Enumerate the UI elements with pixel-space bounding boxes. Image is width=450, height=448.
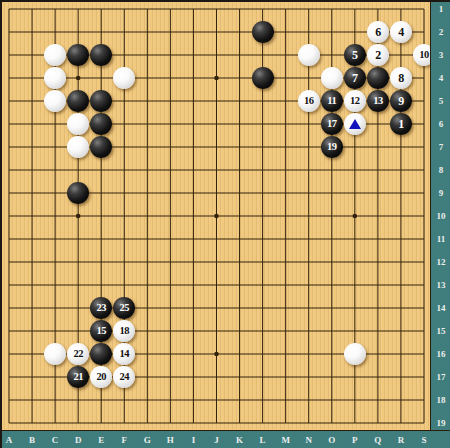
white-stone-P16[interactable] <box>344 343 366 365</box>
column-label-O: O <box>328 435 335 445</box>
white-stone-D6[interactable] <box>67 113 89 135</box>
row-coordinates-strip: 12345678910111213141516171819 <box>430 0 450 448</box>
column-label-D: D <box>75 435 82 445</box>
row-label-2: 2 <box>439 27 444 37</box>
white-stone-N3[interactable] <box>298 44 320 66</box>
black-stone-O7[interactable]: 19 <box>321 136 343 158</box>
hoshi-point-J16 <box>214 352 219 357</box>
black-stone-P4[interactable]: 7 <box>344 67 366 89</box>
move-number: 5 <box>352 49 358 61</box>
black-stone-R6[interactable]: 1 <box>390 113 412 135</box>
white-stone-C4[interactable] <box>44 67 66 89</box>
black-stone-O6[interactable]: 17 <box>321 113 343 135</box>
black-stone-Q5[interactable]: 13 <box>367 90 389 112</box>
row-label-18: 18 <box>437 395 446 405</box>
move-number: 13 <box>373 96 383 107</box>
white-stone-Q3[interactable]: 2 <box>367 44 389 66</box>
row-label-8: 8 <box>439 165 444 175</box>
move-number: 9 <box>398 95 404 107</box>
column-label-F: F <box>122 435 128 445</box>
column-label-L: L <box>260 435 266 445</box>
move-number: 11 <box>327 96 336 107</box>
move-number: 18 <box>120 326 130 337</box>
white-stone-P6[interactable] <box>344 113 366 135</box>
go-board[interactable]: 6452107816111213917119232515182214212024 <box>0 0 430 430</box>
column-label-G: G <box>144 435 151 445</box>
row-label-11: 11 <box>437 234 446 244</box>
move-number: 19 <box>327 142 337 153</box>
move-number: 15 <box>96 326 106 337</box>
move-number: 20 <box>96 372 106 383</box>
row-label-5: 5 <box>439 96 444 106</box>
column-label-S: S <box>421 435 426 445</box>
move-number: 14 <box>120 349 130 360</box>
row-label-14: 14 <box>437 303 446 313</box>
move-number: 25 <box>120 303 130 314</box>
column-label-B: B <box>29 435 35 445</box>
black-stone-Q4[interactable] <box>367 67 389 89</box>
move-number: 8 <box>398 72 404 84</box>
row-label-13: 13 <box>437 280 446 290</box>
go-app-window: 6452107816111213917119232515182214212024… <box>0 0 450 448</box>
hoshi-point-D10 <box>76 214 81 219</box>
white-stone-N5[interactable]: 16 <box>298 90 320 112</box>
white-stone-D16[interactable]: 22 <box>67 343 89 365</box>
move-number: 17 <box>327 119 337 130</box>
row-label-16: 16 <box>437 349 446 359</box>
black-stone-L2[interactable] <box>252 21 274 43</box>
column-label-E: E <box>98 435 104 445</box>
white-stone-C5[interactable] <box>44 90 66 112</box>
row-label-19: 19 <box>437 418 446 428</box>
column-label-Q: Q <box>374 435 381 445</box>
black-stone-D5[interactable] <box>67 90 89 112</box>
column-label-P: P <box>352 435 358 445</box>
row-label-7: 7 <box>439 142 444 152</box>
move-number: 23 <box>96 303 106 314</box>
black-stone-D17[interactable]: 21 <box>67 366 89 388</box>
column-label-H: H <box>167 435 174 445</box>
black-stone-O5[interactable]: 11 <box>321 90 343 112</box>
row-label-17: 17 <box>437 372 446 382</box>
column-label-I: I <box>192 435 196 445</box>
column-label-J: J <box>214 435 219 445</box>
row-label-15: 15 <box>437 326 446 336</box>
move-number: 1 <box>398 118 404 130</box>
move-number: 12 <box>350 96 360 107</box>
row-label-12: 12 <box>437 257 446 267</box>
black-stone-R5[interactable]: 9 <box>390 90 412 112</box>
row-label-10: 10 <box>437 211 446 221</box>
black-stone-L4[interactable] <box>252 67 274 89</box>
white-stone-P5[interactable]: 12 <box>344 90 366 112</box>
move-number: 4 <box>398 26 404 38</box>
hoshi-point-J10 <box>214 214 219 219</box>
column-coordinates-strip: ABCDEFGHIJKLMNOPQRS <box>0 430 450 448</box>
white-stone-R2[interactable]: 4 <box>390 21 412 43</box>
row-label-9: 9 <box>439 188 444 198</box>
white-stone-S3[interactable]: 10 <box>413 44 430 66</box>
column-label-M: M <box>281 435 290 445</box>
white-stone-O4[interactable] <box>321 67 343 89</box>
move-number: 2 <box>375 49 381 61</box>
black-stone-P3[interactable]: 5 <box>344 44 366 66</box>
row-label-6: 6 <box>439 119 444 129</box>
column-label-N: N <box>305 435 312 445</box>
white-stone-C3[interactable] <box>44 44 66 66</box>
move-number: 22 <box>73 349 83 360</box>
hoshi-point-J4 <box>214 76 219 81</box>
white-stone-Q2[interactable]: 6 <box>367 21 389 43</box>
move-number: 10 <box>419 50 429 61</box>
row-label-1: 1 <box>439 4 444 14</box>
move-number: 6 <box>375 26 381 38</box>
white-stone-R4[interactable]: 8 <box>390 67 412 89</box>
triangle-marker-icon <box>349 119 361 129</box>
column-label-C: C <box>52 435 59 445</box>
hoshi-point-D4 <box>76 76 81 81</box>
column-label-K: K <box>236 435 243 445</box>
row-label-3: 3 <box>439 50 444 60</box>
white-stone-D7[interactable] <box>67 136 89 158</box>
top-edge-border <box>0 0 450 2</box>
row-label-4: 4 <box>439 73 444 83</box>
move-number: 21 <box>73 372 83 383</box>
board-grid <box>0 0 430 430</box>
black-stone-D9[interactable] <box>67 182 89 204</box>
move-number: 24 <box>120 372 130 383</box>
column-label-R: R <box>398 435 405 445</box>
move-number: 16 <box>304 96 314 107</box>
move-number: 7 <box>352 72 358 84</box>
white-stone-C16[interactable] <box>44 343 66 365</box>
hoshi-point-P10 <box>353 214 358 219</box>
column-label-A: A <box>6 435 13 445</box>
black-stone-D3[interactable] <box>67 44 89 66</box>
left-edge-border <box>0 0 2 448</box>
